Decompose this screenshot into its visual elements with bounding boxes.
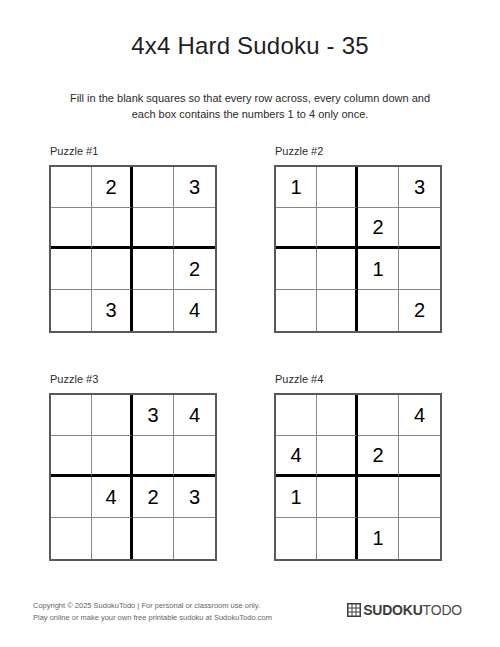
cell-r2c3 [133, 208, 174, 249]
cell-r3c1: 1 [276, 477, 317, 518]
cell-r4c2 [92, 518, 133, 559]
puzzle-2-label: Puzzle #2 [275, 145, 443, 157]
puzzle-4: Puzzle #4 44211 [274, 373, 443, 561]
cell-r3c3 [358, 477, 399, 518]
cell-r1c3 [358, 395, 399, 436]
cell-r1c1 [276, 395, 317, 436]
cell-r4c1 [276, 518, 317, 559]
logo-wordmark: SUDOKUTODO [363, 602, 462, 618]
cell-r1c2 [92, 395, 133, 436]
cell-r3c3: 2 [133, 477, 174, 518]
cell-r4c3 [358, 290, 399, 331]
puzzle-sheet: Puzzle #1 23234 Puzzle #2 13212 Puzzle #… [49, 145, 443, 561]
copyright-line-1: Copyright © 2025 SudokuTodo | For person… [33, 600, 272, 612]
cell-r4c1 [51, 290, 92, 331]
sudokutodo-logo: SUDOKUTODO [347, 602, 462, 618]
cell-r2c2 [317, 436, 358, 477]
cell-r4c3: 1 [358, 518, 399, 559]
cell-r4c4: 2 [399, 290, 440, 331]
cell-r2c3: 2 [358, 208, 399, 249]
cell-r4c3 [133, 518, 174, 559]
cell-r2c4 [174, 208, 215, 249]
puzzle-3-label: Puzzle #3 [50, 373, 218, 385]
cell-r4c1 [276, 290, 317, 331]
logo-text-sudoku: SUDOKU [363, 602, 422, 618]
cell-r1c3 [358, 167, 399, 208]
cell-r1c3: 3 [133, 395, 174, 436]
page-footer: Copyright © 2025 SudokuTodo | For person… [33, 600, 462, 624]
cell-r2c3 [133, 436, 174, 477]
page-title: 4x4 Hard Sudoku - 35 [0, 32, 500, 60]
cell-r2c3: 2 [358, 436, 399, 477]
cell-r4c2 [317, 518, 358, 559]
cell-r3c3 [133, 249, 174, 290]
grid-icon [347, 603, 361, 617]
cell-r3c1 [276, 249, 317, 290]
cell-r1c4: 4 [174, 395, 215, 436]
cell-r3c4: 2 [174, 249, 215, 290]
cell-r2c2 [92, 208, 133, 249]
cell-r3c4 [399, 249, 440, 290]
cell-r3c4 [399, 477, 440, 518]
cell-r3c2 [317, 477, 358, 518]
cell-r2c1: 4 [276, 436, 317, 477]
copyright-text: Copyright © 2025 SudokuTodo | For person… [33, 600, 272, 624]
cell-r3c4: 3 [174, 477, 215, 518]
puzzle-3: Puzzle #3 34423 [49, 373, 218, 561]
cell-r4c4: 4 [174, 290, 215, 331]
cell-r2c1 [276, 208, 317, 249]
logo-text-todo: TODO [423, 602, 462, 618]
puzzle-3-board: 34423 [49, 393, 217, 561]
cell-r2c2 [317, 208, 358, 249]
cell-r2c1 [51, 436, 92, 477]
puzzle-4-board: 44211 [274, 393, 442, 561]
cell-r3c1 [51, 249, 92, 290]
cell-r4c3 [133, 290, 174, 331]
cell-r3c2 [317, 249, 358, 290]
cell-r3c3: 1 [358, 249, 399, 290]
cell-r1c2 [317, 167, 358, 208]
cell-r1c2: 2 [92, 167, 133, 208]
cell-r4c4 [399, 518, 440, 559]
instructions: Fill in the blank squares so that every … [0, 91, 500, 123]
puzzle-2-board: 13212 [274, 165, 442, 333]
puzzle-4-label: Puzzle #4 [275, 373, 443, 385]
cell-r1c1 [51, 167, 92, 208]
cell-r3c2: 4 [92, 477, 133, 518]
cell-r2c4 [399, 208, 440, 249]
cell-r1c2 [317, 395, 358, 436]
instructions-line-2: each box contains the numbers 1 to 4 onl… [0, 107, 500, 123]
cell-r3c1 [51, 477, 92, 518]
cell-r1c4: 3 [174, 167, 215, 208]
puzzle-1: Puzzle #1 23234 [49, 145, 218, 333]
cell-r4c4 [174, 518, 215, 559]
cell-r2c4 [399, 436, 440, 477]
cell-r1c4: 4 [399, 395, 440, 436]
instructions-line-1: Fill in the blank squares so that every … [0, 91, 500, 107]
cell-r3c2 [92, 249, 133, 290]
cell-r1c3 [133, 167, 174, 208]
cell-r2c2 [92, 436, 133, 477]
puzzle-2: Puzzle #2 13212 [274, 145, 443, 333]
puzzle-1-label: Puzzle #1 [50, 145, 218, 157]
cell-r2c1 [51, 208, 92, 249]
cell-r2c4 [174, 436, 215, 477]
cell-r4c2 [317, 290, 358, 331]
cell-r1c1 [51, 395, 92, 436]
puzzle-1-board: 23234 [49, 165, 217, 333]
copyright-line-2: Play online or make your own free printa… [33, 612, 272, 624]
cell-r4c1 [51, 518, 92, 559]
cell-r1c4: 3 [399, 167, 440, 208]
cell-r4c2: 3 [92, 290, 133, 331]
cell-r1c1: 1 [276, 167, 317, 208]
